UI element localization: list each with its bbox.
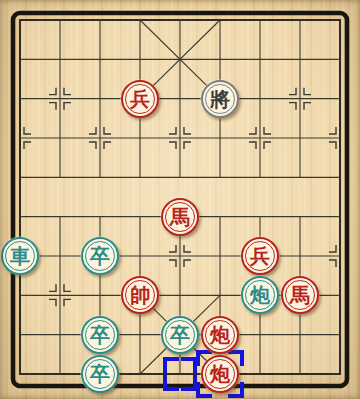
piece-red-soldier[interactable]: 兵: [241, 237, 279, 275]
piece-glyph: 帥: [130, 285, 150, 305]
piece-glyph: 卒: [90, 364, 110, 384]
piece-inner-ring: 車: [5, 241, 35, 271]
piece-inner-ring: 卒: [165, 320, 195, 350]
piece-inner-ring: 卒: [85, 359, 115, 389]
piece-red-horse[interactable]: 馬: [161, 198, 199, 236]
piece-inner-ring: 帥: [125, 280, 155, 310]
piece-glyph: 馬: [170, 206, 190, 226]
piece-glyph: 卒: [170, 324, 190, 344]
piece-black-soldier[interactable]: 卒: [81, 316, 119, 354]
piece-glyph: 炮: [250, 285, 270, 305]
piece-red-cannon[interactable]: 炮: [201, 316, 239, 354]
piece-inner-ring: 卒: [85, 320, 115, 350]
xiangqi-board[interactable]: 兵將馬車卒兵帥炮馬卒卒炮卒炮: [0, 0, 360, 399]
piece-glyph: 炮: [210, 324, 230, 344]
piece-red-soldier[interactable]: 兵: [121, 80, 159, 118]
piece-glyph: 車: [10, 246, 30, 266]
piece-inner-ring: 炮: [205, 359, 235, 389]
piece-black-chariot[interactable]: 車: [1, 237, 39, 275]
piece-glyph: 炮: [210, 364, 230, 384]
piece-glyph: 兵: [130, 88, 150, 108]
piece-black-soldier[interactable]: 卒: [81, 355, 119, 393]
piece-inner-ring: 兵: [125, 84, 155, 114]
piece-black-soldier[interactable]: 卒: [161, 316, 199, 354]
piece-inner-ring: 炮: [205, 320, 235, 350]
piece-glyph: 卒: [90, 246, 110, 266]
piece-glyph: 兵: [250, 246, 270, 266]
piece-inner-ring: 馬: [165, 202, 195, 232]
piece-glyph: 馬: [290, 285, 310, 305]
piece-inner-ring: 兵: [245, 241, 275, 271]
piece-inner-ring: 卒: [85, 241, 115, 271]
piece-black-soldier[interactable]: 卒: [81, 237, 119, 275]
piece-black-general[interactable]: 將: [201, 80, 239, 118]
piece-inner-ring: 炮: [245, 280, 275, 310]
piece-glyph: 卒: [90, 324, 110, 344]
piece-inner-ring: 將: [205, 84, 235, 114]
piece-inner-ring: 馬: [285, 280, 315, 310]
piece-red-cannon[interactable]: 炮: [201, 355, 239, 393]
piece-glyph: 將: [210, 88, 230, 108]
